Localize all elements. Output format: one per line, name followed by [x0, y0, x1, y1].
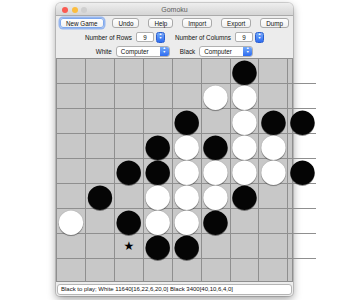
board-cell[interactable]	[86, 109, 115, 134]
board-cell[interactable]	[288, 234, 316, 259]
black-stone: ●	[115, 158, 143, 182]
status-bar: Black to play; White 11640[16,22,6,20,0]…	[57, 284, 292, 295]
board-cell[interactable]	[115, 59, 144, 84]
zoom-button[interactable]	[81, 7, 87, 13]
black-stone: ●	[86, 183, 114, 207]
board-cell[interactable]	[57, 59, 86, 84]
board-cell[interactable]	[259, 209, 288, 234]
white-player-value: Computer	[117, 48, 160, 55]
board-cell[interactable]	[57, 159, 86, 184]
board-cell[interactable]	[57, 134, 86, 159]
gomoku-window: Gomoku New Game Undo Help Import Export …	[56, 3, 293, 296]
board-cell[interactable]	[288, 209, 316, 234]
board-cell[interactable]	[115, 259, 144, 281]
traffic-lights	[62, 7, 87, 13]
board-cell[interactable]	[86, 259, 115, 281]
columns-field[interactable]: 9	[235, 32, 253, 42]
board-cell[interactable]	[86, 134, 115, 159]
board-cell[interactable]	[259, 259, 288, 281]
black-stone: ●	[115, 208, 143, 232]
minimize-button[interactable]	[72, 7, 78, 13]
board-cell[interactable]: ●	[288, 109, 316, 134]
dump-button[interactable]: Dump	[260, 18, 289, 28]
board-cell[interactable]: ●	[173, 234, 202, 259]
stepper-down-icon[interactable]: ▼	[159, 37, 162, 41]
board-cell[interactable]	[57, 259, 86, 281]
title-bar[interactable]: Gomoku	[56, 3, 293, 16]
board-cell[interactable]	[86, 84, 115, 109]
board-cell[interactable]	[144, 59, 173, 84]
undo-button[interactable]: Undo	[112, 18, 139, 28]
export-button[interactable]: Export	[221, 18, 251, 28]
board-cell[interactable]: ●	[202, 84, 231, 109]
board-cell[interactable]	[288, 59, 316, 84]
board-cell[interactable]	[115, 84, 144, 109]
white-label: White	[96, 48, 112, 55]
stepper-down-icon[interactable]: ▼	[258, 37, 261, 41]
window-title: Gomoku	[161, 6, 187, 13]
white-stone: ●	[57, 208, 85, 232]
black-stone: ●	[173, 233, 201, 257]
star-marker: ★	[123, 240, 134, 252]
board-cell[interactable]: ●	[115, 209, 144, 234]
board-cell[interactable]	[202, 259, 231, 281]
board-cell[interactable]	[231, 234, 260, 259]
board-cell[interactable]	[231, 259, 260, 281]
board-cell[interactable]	[86, 234, 115, 259]
board-cell[interactable]: ●	[144, 234, 173, 259]
board-cell[interactable]	[57, 84, 86, 109]
board-cell[interactable]	[259, 234, 288, 259]
rows-field[interactable]: 9	[136, 32, 154, 42]
board-cell[interactable]	[259, 59, 288, 84]
board-cell[interactable]: ●	[259, 159, 288, 184]
close-button[interactable]	[62, 7, 68, 13]
board-cell[interactable]: ●	[231, 184, 260, 209]
black-stone: ●	[144, 233, 172, 257]
board-cell[interactable]	[57, 109, 86, 134]
board-cell[interactable]: ●	[115, 159, 144, 184]
board-cell[interactable]: ●	[57, 209, 86, 234]
columns-stepper[interactable]: ▲ ▼	[255, 32, 264, 43]
board-cell[interactable]: ●	[202, 209, 231, 234]
white-player-select[interactable]: Computer ▲ ▼	[116, 46, 170, 57]
import-button[interactable]: Import	[182, 18, 212, 28]
rows-label: Number of Rows	[85, 34, 132, 41]
columns-label: Number of Columns	[175, 34, 231, 41]
black-stone: ●	[288, 108, 316, 132]
white-stone: ●	[259, 158, 287, 182]
toolbar: New Game Undo Help Import Export Dump	[56, 16, 293, 30]
white-stone: ●	[202, 83, 230, 107]
board-cell[interactable]	[173, 59, 202, 84]
rows-stepper[interactable]: ▲ ▼	[156, 32, 165, 43]
new-game-button[interactable]: New Game	[60, 18, 104, 28]
help-button[interactable]: Help	[148, 18, 173, 28]
board-cell[interactable]	[144, 84, 173, 109]
black-stone: ●	[202, 208, 230, 232]
board-cell[interactable]: ●	[288, 159, 316, 184]
board[interactable]: ●●●●●●●●●●●●●●●●●●●●●●●●●●●●●★●●	[56, 58, 293, 282]
board-cell[interactable]	[86, 59, 115, 84]
board-cell[interactable]: ●	[86, 184, 115, 209]
black-stone: ●	[231, 183, 259, 207]
size-settings-row: Number of Rows 9 ▲ ▼ Number of Columns 9…	[56, 30, 293, 44]
popup-arrows-icon: ▲ ▼	[160, 47, 169, 56]
board-cell[interactable]	[288, 259, 316, 281]
status-text: Black to play; White 11640[16,22,6,20,0]…	[61, 285, 233, 294]
black-stone: ●	[288, 158, 316, 182]
board-cell[interactable]	[115, 109, 144, 134]
black-label: Black	[180, 48, 195, 55]
